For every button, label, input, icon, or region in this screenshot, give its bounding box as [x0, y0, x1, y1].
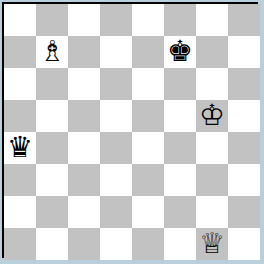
- square-e8[interactable]: [132, 4, 164, 36]
- square-f8[interactable]: [164, 4, 196, 36]
- square-f3[interactable]: [164, 164, 196, 196]
- square-f6[interactable]: [164, 68, 196, 100]
- piece-white-queen[interactable]: ♕: [196, 228, 228, 260]
- square-g6[interactable]: [196, 68, 228, 100]
- square-f2[interactable]: [164, 196, 196, 228]
- square-e5[interactable]: [132, 100, 164, 132]
- square-c8[interactable]: [68, 4, 100, 36]
- square-h2[interactable]: [228, 196, 260, 228]
- square-g8[interactable]: [196, 4, 228, 36]
- square-g7[interactable]: [196, 36, 228, 68]
- square-h5[interactable]: [228, 100, 260, 132]
- square-c5[interactable]: [68, 100, 100, 132]
- square-e7[interactable]: [132, 36, 164, 68]
- square-d2[interactable]: [100, 196, 132, 228]
- square-h4[interactable]: [228, 132, 260, 164]
- square-b7[interactable]: ♗: [36, 36, 68, 68]
- square-f7[interactable]: ♚: [164, 36, 196, 68]
- square-c1[interactable]: [68, 228, 100, 260]
- square-g1[interactable]: ♕: [196, 228, 228, 260]
- square-b8[interactable]: [36, 4, 68, 36]
- square-b4[interactable]: [36, 132, 68, 164]
- piece-white-bishop[interactable]: ♗: [36, 36, 68, 68]
- square-c2[interactable]: [68, 196, 100, 228]
- square-a4[interactable]: ♛: [4, 132, 36, 164]
- square-h8[interactable]: [228, 4, 260, 36]
- square-g2[interactable]: [196, 196, 228, 228]
- square-g5[interactable]: ♔: [196, 100, 228, 132]
- square-e1[interactable]: [132, 228, 164, 260]
- square-b6[interactable]: [36, 68, 68, 100]
- square-d1[interactable]: [100, 228, 132, 260]
- square-c7[interactable]: [68, 36, 100, 68]
- square-h1[interactable]: [228, 228, 260, 260]
- square-b1[interactable]: [36, 228, 68, 260]
- board-frame: ♗♚♔♛♕: [0, 0, 264, 264]
- square-e4[interactable]: [132, 132, 164, 164]
- square-d6[interactable]: [100, 68, 132, 100]
- piece-black-king[interactable]: ♚: [164, 36, 196, 68]
- square-c3[interactable]: [68, 164, 100, 196]
- square-d4[interactable]: [100, 132, 132, 164]
- square-h3[interactable]: [228, 164, 260, 196]
- board-border: ♗♚♔♛♕: [2, 2, 258, 258]
- square-a2[interactable]: [4, 196, 36, 228]
- square-e3[interactable]: [132, 164, 164, 196]
- piece-white-king[interactable]: ♔: [196, 100, 228, 132]
- square-g4[interactable]: [196, 132, 228, 164]
- square-f4[interactable]: [164, 132, 196, 164]
- square-a6[interactable]: [4, 68, 36, 100]
- square-a7[interactable]: [4, 36, 36, 68]
- square-e6[interactable]: [132, 68, 164, 100]
- square-g3[interactable]: [196, 164, 228, 196]
- square-d5[interactable]: [100, 100, 132, 132]
- square-a3[interactable]: [4, 164, 36, 196]
- square-h7[interactable]: [228, 36, 260, 68]
- chess-board: ♗♚♔♛♕: [4, 4, 256, 256]
- square-a1[interactable]: [4, 228, 36, 260]
- square-h6[interactable]: [228, 68, 260, 100]
- square-a8[interactable]: [4, 4, 36, 36]
- square-c4[interactable]: [68, 132, 100, 164]
- square-e2[interactable]: [132, 196, 164, 228]
- square-f5[interactable]: [164, 100, 196, 132]
- piece-black-queen[interactable]: ♛: [4, 132, 36, 164]
- square-b2[interactable]: [36, 196, 68, 228]
- square-b5[interactable]: [36, 100, 68, 132]
- square-c6[interactable]: [68, 68, 100, 100]
- square-d7[interactable]: [100, 36, 132, 68]
- square-b3[interactable]: [36, 164, 68, 196]
- square-d8[interactable]: [100, 4, 132, 36]
- square-f1[interactable]: [164, 228, 196, 260]
- square-d3[interactable]: [100, 164, 132, 196]
- square-a5[interactable]: [4, 100, 36, 132]
